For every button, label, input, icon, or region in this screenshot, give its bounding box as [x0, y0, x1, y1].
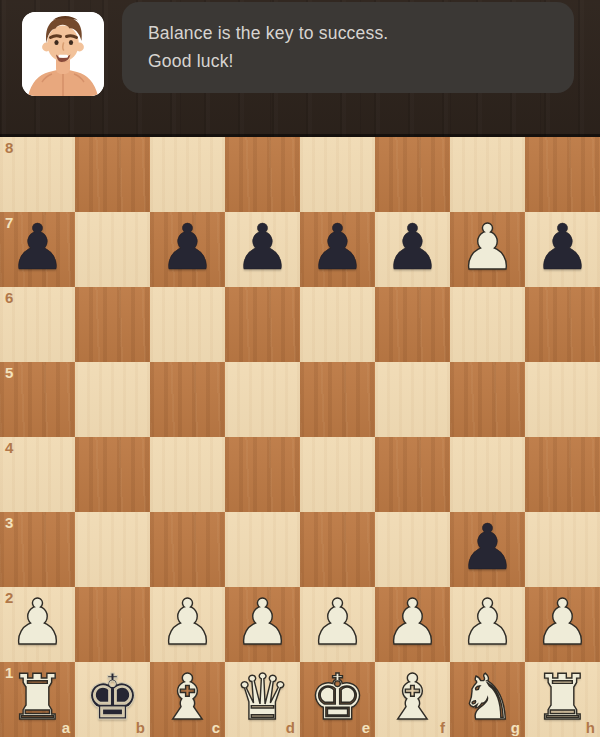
square-h3[interactable] — [525, 512, 600, 587]
black-pawn[interactable]: ♟ — [450, 510, 525, 585]
square-e7[interactable]: ♟ — [300, 212, 375, 287]
white-pawn[interactable]: ♟ — [300, 585, 375, 660]
square-a5[interactable]: 5 — [0, 362, 75, 437]
white-queen[interactable]: ♛ — [225, 660, 300, 735]
square-d7[interactable]: ♟ — [225, 212, 300, 287]
square-g7[interactable]: ♟ — [450, 212, 525, 287]
white-pawn[interactable]: ♟ — [375, 585, 450, 660]
rank-label-8: 8 — [5, 139, 13, 156]
square-f4[interactable] — [375, 437, 450, 512]
square-g2[interactable]: ♟ — [450, 587, 525, 662]
square-f2[interactable]: ♟ — [375, 587, 450, 662]
chess-app: Balance is the key to success. Good luck… — [0, 0, 600, 737]
square-a7[interactable]: 7♟ — [0, 212, 75, 287]
rank-label-4: 4 — [5, 439, 13, 456]
chat-line-1: Balance is the key to success. — [148, 19, 554, 47]
white-bishop[interactable]: ♝ — [375, 660, 450, 735]
square-f8[interactable] — [375, 137, 450, 212]
square-e6[interactable] — [300, 287, 375, 362]
rank-label-3: 3 — [5, 514, 13, 531]
square-d5[interactable] — [225, 362, 300, 437]
square-c1[interactable]: c♝ — [150, 662, 225, 737]
white-rook[interactable]: ♜ — [525, 660, 600, 735]
square-a2[interactable]: 2♟ — [0, 587, 75, 662]
square-e3[interactable] — [300, 512, 375, 587]
square-e8[interactable] — [300, 137, 375, 212]
square-g4[interactable] — [450, 437, 525, 512]
square-c4[interactable] — [150, 437, 225, 512]
square-g3[interactable]: ♟ — [450, 512, 525, 587]
white-pawn[interactable]: ♟ — [450, 585, 525, 660]
square-f7[interactable]: ♟ — [375, 212, 450, 287]
square-b3[interactable] — [75, 512, 150, 587]
square-c7[interactable]: ♟ — [150, 212, 225, 287]
square-h4[interactable] — [525, 437, 600, 512]
square-b8[interactable] — [75, 137, 150, 212]
square-a3[interactable]: 3 — [0, 512, 75, 587]
square-b4[interactable] — [75, 437, 150, 512]
white-king[interactable]: ♚ — [300, 660, 375, 735]
square-g6[interactable] — [450, 287, 525, 362]
black-pawn[interactable]: ♟ — [150, 210, 225, 285]
square-d6[interactable] — [225, 287, 300, 362]
square-d3[interactable] — [225, 512, 300, 587]
white-pawn[interactable]: ♟ — [525, 585, 600, 660]
square-f6[interactable] — [375, 287, 450, 362]
square-c8[interactable] — [150, 137, 225, 212]
white-rook[interactable]: ♜ — [0, 660, 75, 735]
square-h2[interactable]: ♟ — [525, 587, 600, 662]
square-a6[interactable]: 6 — [0, 287, 75, 362]
square-b5[interactable] — [75, 362, 150, 437]
rank-label-5: 5 — [5, 364, 13, 381]
square-b6[interactable] — [75, 287, 150, 362]
white-pawn[interactable]: ♟ — [225, 585, 300, 660]
square-d4[interactable] — [225, 437, 300, 512]
black-pawn[interactable]: ♟ — [525, 210, 600, 285]
square-g8[interactable] — [450, 137, 525, 212]
square-d2[interactable]: ♟ — [225, 587, 300, 662]
square-e5[interactable] — [300, 362, 375, 437]
square-a1[interactable]: 1a♜ — [0, 662, 75, 737]
chat-line-2: Good luck! — [148, 47, 554, 75]
square-c2[interactable]: ♟ — [150, 587, 225, 662]
black-pawn[interactable]: ♟ — [300, 210, 375, 285]
rank-label-6: 6 — [5, 289, 13, 306]
square-h8[interactable] — [525, 137, 600, 212]
square-h6[interactable] — [525, 287, 600, 362]
top-bar: Balance is the key to success. Good luck… — [0, 0, 600, 137]
white-knight[interactable]: ♞ — [450, 660, 525, 735]
square-g5[interactable] — [450, 362, 525, 437]
white-pawn[interactable]: ♟ — [0, 585, 75, 660]
square-b2[interactable] — [75, 587, 150, 662]
bot-avatar-illustration — [22, 12, 104, 96]
square-g1[interactable]: g♞ — [450, 662, 525, 737]
square-e4[interactable] — [300, 437, 375, 512]
square-h1[interactable]: h♜ — [525, 662, 600, 737]
square-c3[interactable] — [150, 512, 225, 587]
square-h7[interactable]: ♟ — [525, 212, 600, 287]
square-b1[interactable]: b♚ — [75, 662, 150, 737]
black-king[interactable]: ♚ — [75, 660, 150, 735]
square-c6[interactable] — [150, 287, 225, 362]
square-e1[interactable]: e♚ — [300, 662, 375, 737]
black-pawn[interactable]: ♟ — [225, 210, 300, 285]
square-a8[interactable]: 8 — [0, 137, 75, 212]
chat-bubble: Balance is the key to success. Good luck… — [122, 2, 574, 93]
square-f3[interactable] — [375, 512, 450, 587]
black-pawn[interactable]: ♟ — [375, 210, 450, 285]
white-bishop[interactable]: ♝ — [150, 660, 225, 735]
square-d8[interactable] — [225, 137, 300, 212]
square-c5[interactable] — [150, 362, 225, 437]
square-b7[interactable] — [75, 212, 150, 287]
white-pawn[interactable]: ♟ — [150, 585, 225, 660]
square-f5[interactable] — [375, 362, 450, 437]
square-f1[interactable]: f♝ — [375, 662, 450, 737]
square-a4[interactable]: 4 — [0, 437, 75, 512]
bot-avatar — [22, 12, 104, 96]
square-h5[interactable] — [525, 362, 600, 437]
chess-board: 87♟♟♟♟♟♟♟6543♟2♟♟♟♟♟♟♟1a♜b♚c♝d♛e♚f♝g♞h♜ — [0, 137, 600, 737]
black-pawn[interactable]: ♟ — [0, 210, 75, 285]
square-e2[interactable]: ♟ — [300, 587, 375, 662]
white-pawn[interactable]: ♟ — [450, 210, 525, 285]
square-d1[interactable]: d♛ — [225, 662, 300, 737]
